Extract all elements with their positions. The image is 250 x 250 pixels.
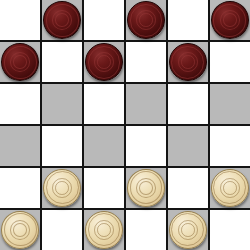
square-r4c5[interactable] (210, 168, 250, 208)
square-r2c4[interactable] (168, 84, 208, 124)
square-r1c2[interactable] (84, 42, 124, 82)
piece-ring (55, 13, 68, 26)
piece-ring (13, 223, 26, 236)
square-r3c5[interactable] (210, 126, 250, 166)
square-r1c1[interactable] (42, 42, 82, 82)
square-r4c3[interactable] (126, 168, 166, 208)
light-piece[interactable] (169, 211, 207, 249)
square-r2c5[interactable] (210, 84, 250, 124)
dark-piece[interactable] (43, 1, 81, 39)
square-r2c3[interactable] (126, 84, 166, 124)
square-r0c2[interactable] (84, 0, 124, 40)
square-r5c0[interactable] (0, 210, 40, 250)
square-r2c1[interactable] (42, 84, 82, 124)
dark-piece[interactable] (169, 43, 207, 81)
light-piece[interactable] (1, 211, 39, 249)
square-r5c2[interactable] (84, 210, 124, 250)
square-r0c5[interactable] (210, 0, 250, 40)
square-r4c4[interactable] (168, 168, 208, 208)
square-r3c1[interactable] (42, 126, 82, 166)
square-r4c0[interactable] (0, 168, 40, 208)
piece-ring (13, 55, 26, 68)
dark-piece[interactable] (1, 43, 39, 81)
square-r1c5[interactable] (210, 42, 250, 82)
dark-piece[interactable] (85, 43, 123, 81)
square-r0c3[interactable] (126, 0, 166, 40)
light-piece[interactable] (43, 169, 81, 207)
dark-piece[interactable] (211, 1, 249, 39)
square-r3c0[interactable] (0, 126, 40, 166)
square-r5c1[interactable] (42, 210, 82, 250)
square-r5c4[interactable] (168, 210, 208, 250)
piece-ring (55, 181, 68, 194)
square-r2c0[interactable] (0, 84, 40, 124)
piece-ring (97, 55, 110, 68)
piece-ring (97, 223, 110, 236)
light-piece[interactable] (85, 211, 123, 249)
square-r5c3[interactable] (126, 210, 166, 250)
square-r3c4[interactable] (168, 126, 208, 166)
dark-piece[interactable] (127, 1, 165, 39)
piece-ring (181, 223, 194, 236)
square-r1c3[interactable] (126, 42, 166, 82)
light-piece[interactable] (127, 169, 165, 207)
square-r4c1[interactable] (42, 168, 82, 208)
piece-ring (139, 13, 152, 26)
square-r2c2[interactable] (84, 84, 124, 124)
square-r1c0[interactable] (0, 42, 40, 82)
square-r0c4[interactable] (168, 0, 208, 40)
piece-ring (223, 181, 236, 194)
piece-ring (181, 55, 194, 68)
square-r0c1[interactable] (42, 0, 82, 40)
square-r4c2[interactable] (84, 168, 124, 208)
square-r1c4[interactable] (168, 42, 208, 82)
square-r0c0[interactable] (0, 0, 40, 40)
square-r3c2[interactable] (84, 126, 124, 166)
piece-ring (139, 181, 152, 194)
square-r3c3[interactable] (126, 126, 166, 166)
checkers-board (0, 0, 250, 250)
piece-ring (223, 13, 236, 26)
square-r5c5[interactable] (210, 210, 250, 250)
light-piece[interactable] (211, 169, 249, 207)
